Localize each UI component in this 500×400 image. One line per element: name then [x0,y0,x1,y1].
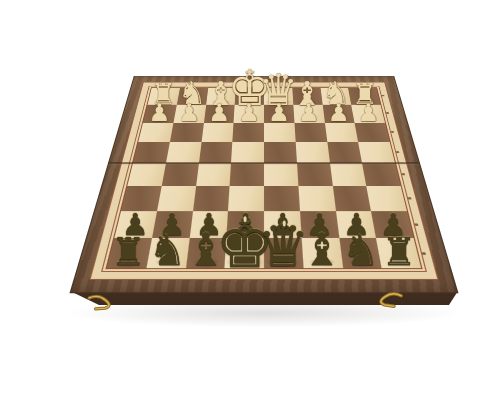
rank-inlay-dot [422,252,426,255]
piece-white-pawn-a2[interactable]: ♟ [358,101,380,125]
rank-inlay-dot [382,95,385,97]
square-d4[interactable] [264,142,297,163]
rank-inlay-dot [391,131,394,133]
product-photo-chess-set: ♜♞♝♚♛♝♞♜♟♟♟♟♟♟♟♟♟♟♟♟♟♟♟♟♜♞♝♚♛♝♞♜ [0,0,500,400]
square-g5[interactable] [161,163,198,186]
square-g4[interactable] [166,142,201,163]
piece-white-pawn-h2[interactable]: ♟ [149,101,171,125]
piece-white-pawn-f2[interactable]: ♟ [208,101,230,125]
square-h4[interactable] [133,142,170,163]
rank-inlay-dot [386,112,389,114]
square-f5[interactable] [196,163,232,186]
piece-black-knight-g8[interactable]: ♞ [148,230,186,272]
square-d5[interactable] [264,163,298,186]
piece-black-bishop-c8[interactable]: ♝ [302,228,342,273]
rank-inlay-dot [396,151,399,153]
square-e5[interactable] [230,163,264,186]
piece-black-rook-a8[interactable]: ♜ [382,233,417,272]
square-b5[interactable] [330,163,367,186]
square-c5[interactable] [297,163,333,186]
rank-inlay-dot [414,223,418,226]
fold-seam [109,162,420,164]
square-a4[interactable] [358,142,395,163]
square-a5[interactable] [362,163,400,186]
piece-white-pawn-b2[interactable]: ♟ [328,101,350,125]
piece-white-pawn-d2[interactable]: ♟ [268,101,290,125]
piece-black-rook-h8[interactable]: ♜ [111,233,146,272]
square-b4[interactable] [327,142,362,163]
piece-black-knight-b8[interactable]: ♞ [342,230,380,272]
square-f4[interactable] [199,142,233,163]
square-c4[interactable] [295,142,329,163]
piece-white-pawn-c2[interactable]: ♟ [298,101,320,125]
finial-tip [282,221,285,227]
rank-inlay-dot [408,197,412,199]
piece-white-pawn-e2[interactable]: ♟ [238,101,260,125]
square-e4[interactable] [231,142,264,163]
piece-white-pawn-g2[interactable]: ♟ [178,101,200,125]
square-h5[interactable] [127,163,165,186]
finial-tip [244,216,247,222]
rank-inlay-dot [402,173,406,175]
